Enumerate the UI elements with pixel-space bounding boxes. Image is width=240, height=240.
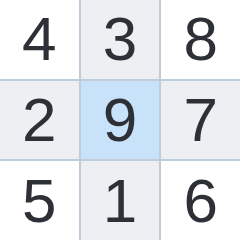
cell-r1c2[interactable]: 3 — [81, 0, 160, 79]
cell-r2c2[interactable]: 9 — [81, 81, 160, 160]
cell-r3c2[interactable]: 1 — [81, 161, 160, 240]
cell-r1c1[interactable]: 4 — [0, 0, 79, 79]
cell-r3c3[interactable]: 6 — [161, 161, 240, 240]
cell-r2c3[interactable]: 7 — [161, 81, 240, 160]
cell-r2c1[interactable]: 2 — [0, 81, 79, 160]
cell-r1c3[interactable]: 8 — [161, 0, 240, 79]
cell-r3c1[interactable]: 5 — [0, 161, 79, 240]
sudoku-board: 4 3 8 2 9 7 5 1 6 — [0, 0, 240, 240]
